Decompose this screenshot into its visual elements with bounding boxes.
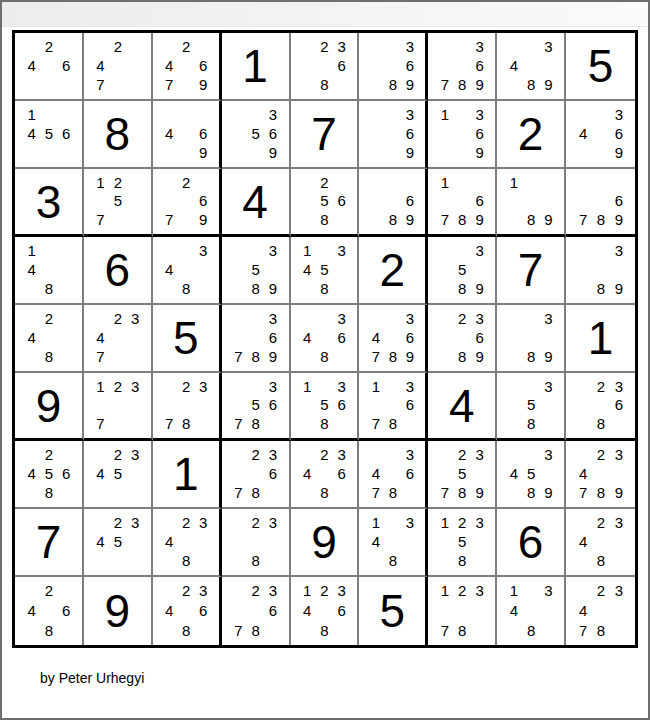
empty-candidate-slot (23, 279, 40, 298)
cell-r5c7[interactable]: 23689 (428, 305, 497, 373)
cell-r5c5[interactable]: 3468 (291, 305, 360, 373)
solved-digit: 7 (311, 111, 337, 157)
cell-r1c6[interactable]: 3689 (359, 33, 428, 101)
candidate-digit: 2 (454, 309, 471, 328)
cell-r8c3[interactable]: 2348 (153, 509, 222, 577)
cell-r8c4[interactable]: 238 (222, 509, 291, 577)
candidate-digit: 7 (161, 414, 178, 433)
empty-candidate-slot (592, 396, 610, 415)
candidate-digit: 3 (471, 581, 488, 601)
empty-candidate-slot (384, 445, 401, 464)
empty-candidate-slot (230, 328, 247, 347)
cell-r3c7[interactable]: 16789 (428, 169, 497, 237)
pencil-marks: 23468 (153, 577, 219, 645)
candidate-digit: 7 (92, 210, 109, 229)
empty-candidate-slot (384, 56, 401, 75)
candidate-digit: 6 (333, 328, 350, 347)
candidate-digit: 3 (471, 445, 488, 464)
cell-r6c7[interactable]: 4 (428, 373, 497, 441)
candidate-digit: 8 (316, 279, 333, 298)
cell-r4c7[interactable]: 3589 (428, 237, 497, 305)
cell-r1c8[interactable]: 3489 (497, 33, 566, 101)
pencil-marks: 23678 (222, 441, 289, 507)
pencil-marks: 23678 (222, 577, 289, 645)
empty-candidate-slot (316, 601, 333, 621)
empty-candidate-slot (126, 173, 143, 192)
empty-candidate-slot (247, 532, 264, 551)
empty-candidate-slot (178, 56, 195, 75)
empty-candidate-slot (161, 377, 178, 396)
empty-candidate-slot (126, 483, 143, 502)
empty-candidate-slot (523, 37, 540, 56)
cell-r1c7[interactable]: 36789 (428, 33, 497, 101)
empty-candidate-slot (92, 192, 109, 211)
candidate-digit: 4 (23, 464, 40, 483)
empty-candidate-slot (92, 37, 109, 56)
empty-candidate-slot (161, 513, 178, 532)
pencil-marks: 36789 (222, 305, 289, 371)
empty-candidate-slot (109, 551, 126, 570)
candidate-digit: 8 (247, 347, 264, 366)
candidate-digit: 1 (299, 377, 316, 396)
cell-r3c3[interactable]: 2679 (153, 169, 222, 237)
cell-r5c6[interactable]: 346789 (359, 305, 428, 373)
candidate-digit: 9 (471, 483, 488, 502)
empty-candidate-slot (109, 347, 126, 366)
empty-candidate-slot (436, 192, 453, 211)
empty-candidate-slot (367, 396, 384, 415)
empty-candidate-slot (161, 105, 178, 124)
empty-candidate-slot (109, 328, 126, 347)
empty-candidate-slot (195, 414, 212, 433)
pencil-marks: 689 (359, 169, 425, 234)
empty-candidate-slot (592, 124, 610, 143)
empty-candidate-slot (230, 105, 247, 124)
cell-r2c6[interactable]: 369 (359, 101, 428, 169)
candidate-digit: 7 (436, 75, 453, 94)
candidate-digit: 8 (316, 414, 333, 433)
candidate-digit: 6 (610, 124, 628, 143)
candidate-digit: 9 (471, 210, 488, 229)
cell-r5c2[interactable]: 2347 (84, 305, 153, 373)
cell-r6c1[interactable]: 9 (15, 373, 84, 441)
empty-candidate-slot (58, 75, 75, 94)
empty-candidate-slot (454, 328, 471, 347)
empty-candidate-slot (523, 377, 540, 396)
candidate-digit: 9 (540, 347, 557, 366)
candidate-digit: 5 (523, 396, 540, 415)
empty-candidate-slot (161, 192, 178, 211)
candidate-digit: 6 (333, 396, 350, 415)
empty-candidate-slot (610, 260, 628, 279)
candidate-digit: 5 (247, 124, 264, 143)
candidate-digit: 9 (610, 279, 628, 298)
pencil-marks: 389 (497, 305, 564, 371)
cell-r7c4[interactable]: 23678 (222, 441, 291, 509)
empty-candidate-slot (592, 241, 610, 260)
candidate-digit: 8 (247, 279, 264, 298)
empty-candidate-slot (367, 309, 384, 328)
empty-candidate-slot (436, 37, 453, 56)
author-credit: by Peter Urhegyi (40, 670, 144, 686)
pencil-marks: 235789 (428, 441, 495, 507)
candidate-digit: 5 (109, 192, 126, 211)
empty-candidate-slot (247, 143, 264, 162)
cell-r9c2[interactable]: 9 (84, 577, 153, 645)
candidate-digit: 9 (401, 210, 418, 229)
cell-r1c3[interactable]: 24679 (153, 33, 222, 101)
candidate-digit: 8 (592, 620, 610, 640)
cell-r4c4[interactable]: 3589 (222, 237, 291, 305)
empty-candidate-slot (92, 396, 109, 415)
empty-candidate-slot (299, 210, 316, 229)
pencil-marks: 3589 (222, 237, 289, 303)
candidate-digit: 4 (574, 532, 592, 551)
candidate-digit: 6 (333, 464, 350, 483)
empty-candidate-slot (299, 279, 316, 298)
empty-candidate-slot (436, 445, 453, 464)
candidate-digit: 6 (264, 601, 281, 621)
cell-r6c2[interactable]: 1237 (84, 373, 153, 441)
empty-candidate-slot (574, 143, 592, 162)
cell-r4c9[interactable]: 389 (566, 237, 635, 305)
empty-candidate-slot (230, 601, 247, 621)
empty-candidate-slot (178, 105, 195, 124)
candidate-digit: 6 (333, 601, 350, 621)
candidate-digit: 3 (264, 241, 281, 260)
candidate-digit: 2 (40, 37, 57, 56)
empty-candidate-slot (247, 464, 264, 483)
candidate-digit: 6 (401, 56, 418, 75)
candidate-digit: 4 (299, 601, 316, 621)
empty-candidate-slot (23, 445, 40, 464)
cell-r3c6[interactable]: 689 (359, 169, 428, 237)
candidate-digit: 8 (454, 75, 471, 94)
candidate-digit: 2 (178, 513, 195, 532)
empty-candidate-slot (574, 445, 592, 464)
empty-candidate-slot (299, 192, 316, 211)
candidate-digit: 6 (264, 464, 281, 483)
pencil-marks: 358 (497, 373, 564, 438)
candidate-digit: 8 (523, 210, 540, 229)
cell-r2c2[interactable]: 8 (84, 101, 153, 169)
cell-r9c3[interactable]: 23468 (153, 577, 222, 645)
cell-r2c4[interactable]: 3569 (222, 101, 291, 169)
candidate-digit: 9 (540, 210, 557, 229)
pencil-marks: 2468 (15, 577, 82, 645)
cell-r9c9[interactable]: 23478 (566, 577, 635, 645)
empty-candidate-slot (454, 601, 471, 621)
empty-candidate-slot (384, 105, 401, 124)
empty-candidate-slot (454, 241, 471, 260)
empty-candidate-slot (195, 173, 212, 192)
empty-candidate-slot (367, 210, 384, 229)
empty-candidate-slot (505, 347, 522, 366)
empty-candidate-slot (230, 279, 247, 298)
candidate-digit: 3 (126, 309, 143, 328)
cell-r1c4[interactable]: 1 (222, 33, 291, 101)
empty-candidate-slot (436, 56, 453, 75)
cell-r3c9[interactable]: 6789 (566, 169, 635, 237)
empty-candidate-slot (574, 192, 592, 211)
solved-digit: 5 (173, 315, 199, 361)
empty-candidate-slot (126, 328, 143, 347)
pencil-marks: 34589 (497, 441, 564, 507)
cell-r5c1[interactable]: 248 (15, 305, 84, 373)
cell-r1c2[interactable]: 247 (84, 33, 153, 101)
cell-r8c5[interactable]: 9 (291, 509, 360, 577)
candidate-digit: 3 (126, 445, 143, 464)
empty-candidate-slot (367, 124, 384, 143)
empty-candidate-slot (109, 56, 126, 75)
empty-candidate-slot (401, 483, 418, 502)
pencil-marks: 2348 (566, 509, 635, 575)
empty-candidate-slot (333, 483, 350, 502)
empty-candidate-slot (384, 532, 401, 551)
cell-r4c2[interactable]: 6 (84, 237, 153, 305)
empty-candidate-slot (384, 309, 401, 328)
cell-r6c5[interactable]: 13568 (291, 373, 360, 441)
cell-r4c3[interactable]: 348 (153, 237, 222, 305)
candidate-digit: 8 (454, 620, 471, 640)
cell-r9c8[interactable]: 1348 (497, 577, 566, 645)
pencil-marks: 3468 (291, 305, 358, 371)
cell-r9c5[interactable]: 123468 (291, 577, 360, 645)
cell-r4c8[interactable]: 7 (497, 237, 566, 305)
empty-candidate-slot (264, 483, 281, 502)
cell-r7c2[interactable]: 2345 (84, 441, 153, 509)
solved-digit: 7 (36, 519, 62, 565)
candidate-digit: 3 (540, 377, 557, 396)
cell-r7c7[interactable]: 235789 (428, 441, 497, 509)
header-band (2, 2, 648, 27)
solved-digit: 8 (105, 111, 131, 157)
empty-candidate-slot (161, 551, 178, 570)
empty-candidate-slot (264, 260, 281, 279)
candidate-digit: 8 (592, 414, 610, 433)
candidate-digit: 5 (247, 396, 264, 415)
empty-candidate-slot (540, 620, 557, 640)
candidate-digit: 3 (126, 513, 143, 532)
candidate-digit: 5 (454, 464, 471, 483)
cell-r3c8[interactable]: 189 (497, 169, 566, 237)
pencil-marks: 189 (497, 169, 564, 234)
candidate-digit: 3 (401, 105, 418, 124)
candidate-digit: 5 (40, 124, 57, 143)
empty-candidate-slot (178, 143, 195, 162)
cell-r3c2[interactable]: 1257 (84, 169, 153, 237)
candidate-digit: 4 (161, 601, 178, 621)
candidate-digit: 2 (109, 445, 126, 464)
empty-candidate-slot (161, 620, 178, 640)
empty-candidate-slot (299, 56, 316, 75)
empty-candidate-slot (230, 551, 247, 570)
empty-candidate-slot (126, 192, 143, 211)
empty-candidate-slot (610, 551, 628, 570)
empty-candidate-slot (109, 483, 126, 502)
candidate-digit: 8 (384, 483, 401, 502)
candidate-digit: 3 (401, 513, 418, 532)
cell-r7c3[interactable]: 1 (153, 441, 222, 509)
empty-candidate-slot (299, 414, 316, 433)
candidate-digit: 8 (454, 210, 471, 229)
empty-candidate-slot (384, 37, 401, 56)
cell-r1c1[interactable]: 246 (15, 33, 84, 101)
cell-r2c9[interactable]: 3469 (566, 101, 635, 169)
candidate-digit: 4 (505, 464, 522, 483)
cell-r9c4[interactable]: 23678 (222, 577, 291, 645)
candidate-digit: 1 (505, 581, 522, 601)
empty-candidate-slot (161, 143, 178, 162)
candidate-digit: 2 (109, 173, 126, 192)
cell-r8c9[interactable]: 2348 (566, 509, 635, 577)
empty-candidate-slot (299, 173, 316, 192)
candidate-digit: 7 (230, 620, 247, 640)
pencil-marks: 13678 (359, 373, 425, 438)
empty-candidate-slot (454, 143, 471, 162)
cell-r6c8[interactable]: 358 (497, 373, 566, 441)
candidate-digit: 3 (264, 581, 281, 601)
empty-candidate-slot (471, 620, 488, 640)
empty-candidate-slot (592, 260, 610, 279)
cell-r5c3[interactable]: 5 (153, 305, 222, 373)
empty-candidate-slot (40, 241, 57, 260)
cell-r8c8[interactable]: 6 (497, 509, 566, 577)
candidate-digit: 2 (316, 581, 333, 601)
empty-candidate-slot (178, 241, 195, 260)
candidate-digit: 8 (247, 414, 264, 433)
empty-candidate-slot (610, 620, 628, 640)
candidate-digit: 6 (471, 56, 488, 75)
candidate-digit: 9 (540, 483, 557, 502)
cell-r9c1[interactable]: 2468 (15, 577, 84, 645)
empty-candidate-slot (523, 328, 540, 347)
cell-r2c5[interactable]: 7 (291, 101, 360, 169)
cell-r6c4[interactable]: 35678 (222, 373, 291, 441)
candidate-digit: 9 (401, 143, 418, 162)
empty-candidate-slot (230, 464, 247, 483)
candidate-digit: 9 (195, 75, 212, 94)
cell-r7c1[interactable]: 24568 (15, 441, 84, 509)
candidate-digit: 6 (58, 56, 75, 75)
candidate-digit: 9 (540, 75, 557, 94)
cell-r8c7[interactable]: 12358 (428, 509, 497, 577)
cell-r2c8[interactable]: 2 (497, 101, 566, 169)
empty-candidate-slot (384, 328, 401, 347)
candidate-digit: 6 (264, 328, 281, 347)
candidate-digit: 2 (178, 581, 195, 601)
candidate-digit: 4 (367, 532, 384, 551)
candidate-digit: 8 (384, 347, 401, 366)
candidate-digit: 8 (247, 620, 264, 640)
pencil-marks: 12358 (428, 509, 495, 575)
empty-candidate-slot (126, 75, 143, 94)
candidate-digit: 2 (40, 445, 57, 464)
empty-candidate-slot (367, 105, 384, 124)
pencil-marks: 247 (84, 33, 151, 99)
cell-r4c5[interactable]: 13458 (291, 237, 360, 305)
candidate-digit: 6 (195, 192, 212, 211)
empty-candidate-slot (540, 328, 557, 347)
pencil-marks: 1237 (84, 373, 151, 438)
empty-candidate-slot (505, 377, 522, 396)
empty-candidate-slot (299, 347, 316, 366)
cell-r3c1[interactable]: 3 (15, 169, 84, 237)
cell-r7c8[interactable]: 34589 (497, 441, 566, 509)
empty-candidate-slot (471, 532, 488, 551)
cell-r8c1[interactable]: 7 (15, 509, 84, 577)
cell-r7c5[interactable]: 23468 (291, 441, 360, 509)
empty-candidate-slot (454, 56, 471, 75)
candidate-digit: 6 (195, 601, 212, 621)
cell-r2c3[interactable]: 469 (153, 101, 222, 169)
empty-candidate-slot (574, 279, 592, 298)
cell-r2c7[interactable]: 1369 (428, 101, 497, 169)
candidate-digit: 2 (178, 377, 195, 396)
cell-r6c6[interactable]: 13678 (359, 373, 428, 441)
cell-r4c6[interactable]: 2 (359, 237, 428, 305)
cell-r5c4[interactable]: 36789 (222, 305, 291, 373)
pencil-marks: 3689 (359, 33, 425, 99)
empty-candidate-slot (58, 309, 75, 328)
candidate-digit: 4 (505, 56, 522, 75)
candidate-digit: 6 (264, 396, 281, 415)
cell-r3c5[interactable]: 2568 (291, 169, 360, 237)
cell-r3c4[interactable]: 4 (222, 169, 291, 237)
cell-r6c9[interactable]: 2368 (566, 373, 635, 441)
empty-candidate-slot (436, 143, 453, 162)
empty-candidate-slot (454, 192, 471, 211)
cell-r1c5[interactable]: 2368 (291, 33, 360, 101)
cell-r8c6[interactable]: 1348 (359, 509, 428, 577)
empty-candidate-slot (126, 37, 143, 56)
candidate-digit: 3 (264, 377, 281, 396)
cell-r5c8[interactable]: 389 (497, 305, 566, 373)
empty-candidate-slot (178, 260, 195, 279)
cell-r5c9[interactable]: 1 (566, 305, 635, 373)
cell-r4c1[interactable]: 148 (15, 237, 84, 305)
candidate-digit: 2 (316, 445, 333, 464)
cell-r8c2[interactable]: 2345 (84, 509, 153, 577)
cell-r2c1[interactable]: 1456 (15, 101, 84, 169)
candidate-digit: 8 (316, 75, 333, 94)
empty-candidate-slot (58, 620, 75, 640)
candidate-digit: 6 (471, 192, 488, 211)
candidate-digit: 9 (610, 483, 628, 502)
candidate-digit: 8 (384, 75, 401, 94)
candidate-digit: 2 (109, 37, 126, 56)
candidate-digit: 5 (316, 192, 333, 211)
cell-r9c7[interactable]: 12378 (428, 577, 497, 645)
pencil-marks: 23468 (291, 441, 358, 507)
empty-candidate-slot (523, 601, 540, 621)
candidate-digit: 4 (161, 260, 178, 279)
empty-candidate-slot (505, 328, 522, 347)
cell-r1c9[interactable]: 5 (566, 33, 635, 101)
empty-candidate-slot (230, 241, 247, 260)
pencil-marks: 346789 (359, 305, 425, 371)
empty-candidate-slot (540, 414, 557, 433)
candidate-digit: 8 (384, 551, 401, 570)
empty-candidate-slot (436, 279, 453, 298)
cell-r7c9[interactable]: 234789 (566, 441, 635, 509)
cell-r9c6[interactable]: 5 (359, 577, 428, 645)
cell-r7c6[interactable]: 34678 (359, 441, 428, 509)
candidate-digit: 9 (401, 75, 418, 94)
empty-candidate-slot (23, 309, 40, 328)
cell-r6c3[interactable]: 2378 (153, 373, 222, 441)
empty-candidate-slot (58, 260, 75, 279)
